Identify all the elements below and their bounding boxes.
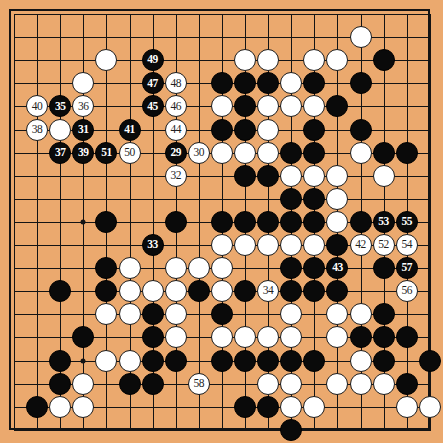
stone-white[interactable] <box>303 95 325 117</box>
stone-white[interactable] <box>280 72 302 94</box>
stone-black[interactable] <box>188 280 210 302</box>
stone-black[interactable] <box>303 119 325 141</box>
stone-white[interactable] <box>303 234 325 256</box>
stone-black[interactable] <box>95 211 117 233</box>
stone-white[interactable] <box>350 373 372 395</box>
stone-white[interactable] <box>326 211 348 233</box>
stone-black[interactable] <box>326 234 348 256</box>
stone-white-move-42[interactable]: 42 <box>350 234 372 256</box>
stone-black-move-49[interactable]: 49 <box>142 49 164 71</box>
stone-white[interactable] <box>49 119 71 141</box>
stone-white[interactable] <box>257 326 279 348</box>
stone-white[interactable] <box>280 165 302 187</box>
stone-white[interactable] <box>72 72 94 94</box>
stone-black[interactable] <box>303 257 325 279</box>
stone-white[interactable] <box>373 373 395 395</box>
stone-white[interactable] <box>211 142 233 164</box>
stone-black[interactable] <box>49 280 71 302</box>
stone-black[interactable] <box>234 72 256 94</box>
stone-white[interactable] <box>188 257 210 279</box>
stone-white[interactable] <box>303 396 325 418</box>
stone-black[interactable] <box>303 350 325 372</box>
stone-black[interactable] <box>119 373 141 395</box>
stone-black[interactable] <box>280 419 302 441</box>
stone-black[interactable] <box>326 280 348 302</box>
stone-black-move-31[interactable]: 31 <box>72 119 94 141</box>
stone-black[interactable] <box>280 280 302 302</box>
stone-white[interactable] <box>326 326 348 348</box>
stone-white[interactable] <box>396 396 418 418</box>
star-point <box>81 358 86 363</box>
stone-black[interactable] <box>373 142 395 164</box>
stone-white-move-46[interactable]: 46 <box>165 95 187 117</box>
stone-white[interactable] <box>119 257 141 279</box>
stone-black[interactable] <box>257 350 279 372</box>
stone-black-move-29[interactable]: 29 <box>165 142 187 164</box>
stone-black[interactable] <box>234 350 256 372</box>
stone-white[interactable] <box>142 280 164 302</box>
stone-black[interactable] <box>257 165 279 187</box>
stone-white[interactable] <box>72 373 94 395</box>
stone-white-move-48[interactable]: 48 <box>165 72 187 94</box>
stone-white[interactable] <box>95 49 117 71</box>
stone-black[interactable] <box>234 165 256 187</box>
stone-white[interactable] <box>234 49 256 71</box>
stone-black[interactable] <box>303 280 325 302</box>
stone-black-move-55[interactable]: 55 <box>396 211 418 233</box>
star-point <box>81 219 86 224</box>
stone-black[interactable] <box>211 72 233 94</box>
stone-black[interactable] <box>142 350 164 372</box>
stone-white[interactable] <box>165 326 187 348</box>
stone-black[interactable] <box>234 95 256 117</box>
stone-black[interactable] <box>257 211 279 233</box>
stone-white[interactable] <box>303 165 325 187</box>
stone-white-move-58[interactable]: 58 <box>188 373 210 395</box>
stone-black[interactable] <box>26 396 48 418</box>
stone-black[interactable] <box>142 373 164 395</box>
stone-black[interactable] <box>303 211 325 233</box>
stone-black[interactable] <box>396 326 418 348</box>
stone-white[interactable] <box>165 257 187 279</box>
stone-white-move-40[interactable]: 40 <box>26 95 48 117</box>
stone-white[interactable] <box>350 142 372 164</box>
stone-white[interactable] <box>211 95 233 117</box>
stone-white-move-50[interactable]: 50 <box>119 142 141 164</box>
stone-white[interactable] <box>326 303 348 325</box>
stone-white[interactable] <box>350 26 372 48</box>
stone-white[interactable] <box>257 373 279 395</box>
stone-white-move-36[interactable]: 36 <box>72 95 94 117</box>
stone-black[interactable] <box>142 303 164 325</box>
stone-white[interactable] <box>119 350 141 372</box>
stone-white[interactable] <box>234 142 256 164</box>
stone-black[interactable] <box>303 72 325 94</box>
stone-black[interactable] <box>142 326 164 348</box>
stone-black-move-43[interactable]: 43 <box>326 257 348 279</box>
stone-black-move-57[interactable]: 57 <box>396 257 418 279</box>
stone-white[interactable] <box>326 373 348 395</box>
stone-white-move-54[interactable]: 54 <box>396 234 418 256</box>
stone-black-move-47[interactable]: 47 <box>142 72 164 94</box>
stone-white[interactable] <box>49 396 71 418</box>
stone-black-move-35[interactable]: 35 <box>49 95 71 117</box>
stone-black[interactable] <box>350 119 372 141</box>
stone-white[interactable] <box>165 303 187 325</box>
stone-white-move-34[interactable]: 34 <box>257 280 279 302</box>
stone-white[interactable] <box>211 234 233 256</box>
stone-white[interactable] <box>280 326 302 348</box>
stone-black[interactable] <box>419 350 441 372</box>
stone-white-move-56[interactable]: 56 <box>396 280 418 302</box>
stone-white[interactable] <box>280 95 302 117</box>
stone-white[interactable] <box>119 280 141 302</box>
stone-black[interactable] <box>234 119 256 141</box>
stone-white[interactable] <box>326 165 348 187</box>
stone-white[interactable] <box>119 303 141 325</box>
stone-white[interactable] <box>326 188 348 210</box>
stone-black-move-37[interactable]: 37 <box>49 142 71 164</box>
stone-black[interactable] <box>373 350 395 372</box>
stone-black[interactable] <box>350 326 372 348</box>
stone-white[interactable] <box>257 49 279 71</box>
stone-black-move-53[interactable]: 53 <box>373 211 395 233</box>
stone-white[interactable] <box>280 234 302 256</box>
stone-white[interactable] <box>350 303 372 325</box>
stone-white-move-52[interactable]: 52 <box>373 234 395 256</box>
stone-black[interactable] <box>350 72 372 94</box>
stone-black[interactable] <box>211 350 233 372</box>
stone-black[interactable] <box>211 119 233 141</box>
stone-black[interactable] <box>373 303 395 325</box>
stone-black[interactable] <box>303 188 325 210</box>
stone-white[interactable] <box>257 95 279 117</box>
stone-white[interactable] <box>280 396 302 418</box>
stone-black-move-39[interactable]: 39 <box>72 142 94 164</box>
stone-white-move-30[interactable]: 30 <box>188 142 210 164</box>
stone-white[interactable] <box>257 142 279 164</box>
stone-black[interactable] <box>211 303 233 325</box>
stone-black[interactable] <box>373 257 395 279</box>
stone-white[interactable] <box>326 49 348 71</box>
stone-black-move-41[interactable]: 41 <box>119 119 141 141</box>
stone-white[interactable] <box>95 350 117 372</box>
stone-black[interactable] <box>280 188 302 210</box>
stone-black[interactable] <box>211 211 233 233</box>
stone-black-move-45[interactable]: 45 <box>142 95 164 117</box>
stone-black[interactable] <box>373 49 395 71</box>
stone-white[interactable] <box>211 280 233 302</box>
stone-black[interactable] <box>326 95 348 117</box>
grid-line <box>14 430 431 431</box>
go-board-diagram: 4947484035364546383141443739515029303253… <box>0 0 443 443</box>
stone-black[interactable] <box>373 326 395 348</box>
stone-white[interactable] <box>419 396 441 418</box>
stone-black[interactable] <box>49 373 71 395</box>
stone-black[interactable] <box>280 257 302 279</box>
stone-black-move-51[interactable]: 51 <box>95 142 117 164</box>
stone-black[interactable] <box>350 211 372 233</box>
stone-white[interactable] <box>280 303 302 325</box>
stone-white[interactable] <box>350 350 372 372</box>
stone-white[interactable] <box>280 373 302 395</box>
stone-white[interactable] <box>211 257 233 279</box>
stone-white[interactable] <box>95 303 117 325</box>
stone-black[interactable] <box>257 72 279 94</box>
stone-black[interactable] <box>303 142 325 164</box>
stone-white-move-32[interactable]: 32 <box>165 165 187 187</box>
stone-black[interactable] <box>257 396 279 418</box>
stone-black[interactable] <box>234 280 256 302</box>
stone-black[interactable] <box>280 211 302 233</box>
stone-white[interactable] <box>211 326 233 348</box>
stone-black[interactable] <box>165 211 187 233</box>
stone-black[interactable] <box>396 142 418 164</box>
stone-black[interactable] <box>95 280 117 302</box>
stone-black-move-33[interactable]: 33 <box>142 234 164 256</box>
stone-white[interactable] <box>257 119 279 141</box>
stone-white[interactable] <box>257 234 279 256</box>
stone-white[interactable] <box>373 165 395 187</box>
stone-black[interactable] <box>72 326 94 348</box>
stone-black[interactable] <box>234 211 256 233</box>
stone-black[interactable] <box>280 350 302 372</box>
stone-white[interactable] <box>234 326 256 348</box>
stone-black[interactable] <box>396 373 418 395</box>
stone-black[interactable] <box>95 257 117 279</box>
stone-white[interactable] <box>165 280 187 302</box>
stone-white-move-44[interactable]: 44 <box>165 119 187 141</box>
stone-black[interactable] <box>280 142 302 164</box>
stone-white-move-38[interactable]: 38 <box>26 119 48 141</box>
stone-white[interactable] <box>234 234 256 256</box>
stone-black[interactable] <box>234 396 256 418</box>
stone-black[interactable] <box>49 350 71 372</box>
stone-black[interactable] <box>165 350 187 372</box>
stone-white[interactable] <box>303 49 325 71</box>
stone-white[interactable] <box>72 396 94 418</box>
